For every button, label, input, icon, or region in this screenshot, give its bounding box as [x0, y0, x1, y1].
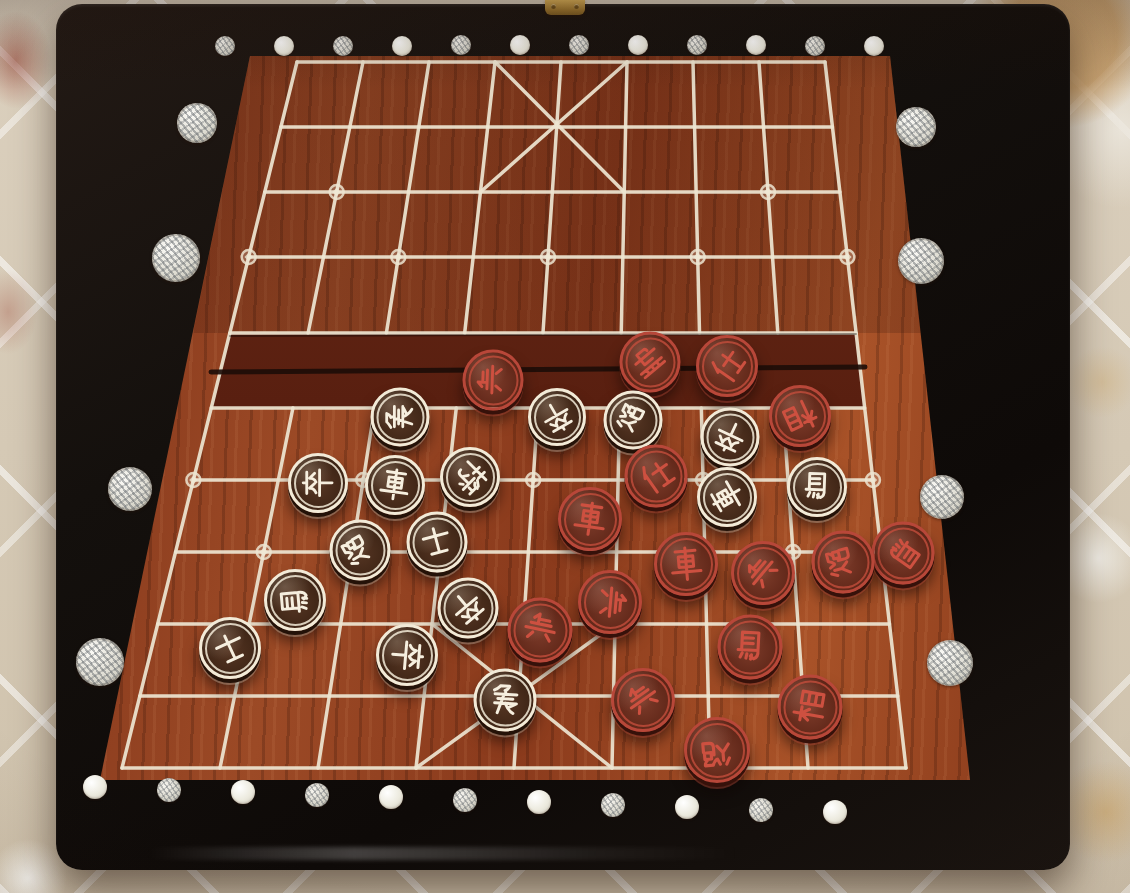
piece-character-馬 [730, 627, 771, 668]
red-piece-soldier[interactable] [508, 598, 573, 663]
white-piece-soldier[interactable] [288, 453, 348, 513]
piece-character-兵 [616, 673, 669, 726]
piece-character-兵 [474, 361, 512, 399]
white-piece-soldier[interactable] [376, 624, 438, 686]
red-piece-soldier[interactable] [611, 668, 675, 732]
piece-character-卒 [300, 465, 336, 501]
piece-character-仕 [630, 450, 682, 502]
piece-character-炮 [335, 525, 385, 575]
piece-character-卒 [534, 394, 581, 441]
piece-character-兵 [517, 607, 563, 653]
red-piece-horse[interactable] [718, 615, 783, 680]
red-piece-chariot[interactable] [558, 487, 622, 551]
red-piece-elephant[interactable] [769, 385, 831, 447]
piece-character-士 [205, 623, 254, 672]
white-piece-chariot[interactable] [697, 467, 757, 527]
white-piece-advisor[interactable] [199, 617, 261, 679]
white-piece-elephant[interactable] [474, 669, 537, 732]
red-piece-horse[interactable] [872, 522, 935, 585]
piece-character-馬 [275, 580, 315, 620]
piece-character-馬 [877, 527, 929, 579]
piece-character-炮 [610, 397, 656, 443]
red-piece-chariot[interactable] [654, 532, 718, 596]
piece-character-卒 [707, 414, 753, 460]
piece-character-士 [415, 520, 459, 564]
piece-character-將 [445, 452, 495, 502]
white-piece-general[interactable] [440, 447, 500, 507]
white-piece-chariot[interactable] [365, 455, 425, 515]
piece-character-車 [665, 543, 706, 584]
white-piece-soldier[interactable] [701, 408, 760, 467]
white-piece-cannon[interactable] [604, 391, 663, 450]
red-piece-soldier[interactable] [578, 570, 642, 634]
white-piece-elephant[interactable] [371, 388, 430, 447]
red-piece-soldier[interactable] [463, 350, 524, 411]
photo-scene [0, 0, 1130, 893]
piece-character-兵 [736, 546, 790, 600]
brass-hinge [545, 0, 585, 15]
piece-character-卒 [387, 635, 427, 675]
red-piece-general[interactable] [620, 332, 681, 393]
white-piece-soldier[interactable] [528, 388, 586, 446]
piece-character-象 [383, 400, 418, 435]
piece-character-車 [568, 497, 611, 540]
piece-character-馬 [799, 469, 836, 506]
piece-character-相 [775, 391, 824, 440]
piece-character-炮 [820, 539, 866, 585]
piece-character-炮 [696, 729, 739, 772]
white-piece-horse[interactable] [264, 569, 326, 631]
pieces-pile [0, 0, 1130, 893]
red-piece-elephant[interactable] [778, 675, 843, 740]
piece-character-仕 [701, 340, 752, 391]
piece-character-卒 [442, 582, 493, 633]
red-piece-advisor[interactable] [696, 335, 758, 397]
piece-character-車 [375, 465, 415, 505]
red-piece-cannon[interactable] [684, 717, 750, 783]
red-piece-advisor[interactable] [625, 445, 688, 508]
piece-character-兵 [589, 581, 630, 622]
white-piece-horse[interactable] [787, 457, 847, 517]
white-piece-soldier[interactable] [438, 578, 499, 639]
red-piece-soldier[interactable] [731, 541, 795, 605]
red-piece-cannon[interactable] [812, 531, 875, 594]
piece-character-相 [787, 684, 832, 729]
white-piece-cannon[interactable] [330, 520, 391, 581]
piece-character-車 [703, 473, 752, 522]
white-piece-advisor[interactable] [407, 512, 468, 573]
piece-character-帥 [624, 336, 675, 387]
piece-character-象 [485, 680, 525, 720]
